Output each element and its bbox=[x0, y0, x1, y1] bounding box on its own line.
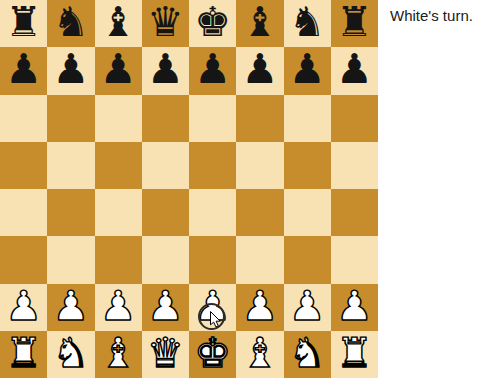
square-h5[interactable] bbox=[331, 142, 378, 189]
square-a1[interactable]: ♜ bbox=[0, 331, 47, 378]
square-c4[interactable] bbox=[95, 189, 142, 236]
mouse-pointer-icon bbox=[210, 311, 222, 328]
piece-white-pawn[interactable]: ♟ bbox=[336, 286, 373, 327]
square-a3[interactable] bbox=[0, 236, 47, 283]
square-g7[interactable]: ♟ bbox=[284, 47, 331, 94]
square-d4[interactable] bbox=[142, 189, 189, 236]
square-d2[interactable]: ♟ bbox=[142, 284, 189, 331]
piece-white-pawn[interactable]: ♟ bbox=[100, 286, 137, 327]
square-f6[interactable] bbox=[236, 95, 283, 142]
piece-black-pawn[interactable]: ♟ bbox=[241, 49, 278, 90]
square-d3[interactable] bbox=[142, 236, 189, 283]
piece-black-king[interactable]: ♚ bbox=[194, 2, 231, 43]
square-h8[interactable]: ♜ bbox=[331, 0, 378, 47]
piece-white-pawn[interactable]: ♟ bbox=[241, 286, 278, 327]
square-c6[interactable] bbox=[95, 95, 142, 142]
square-h1[interactable]: ♜ bbox=[331, 331, 378, 378]
square-c1[interactable]: ♝ bbox=[95, 331, 142, 378]
square-g8[interactable]: ♞ bbox=[284, 0, 331, 47]
piece-black-pawn[interactable]: ♟ bbox=[336, 49, 373, 90]
square-h4[interactable] bbox=[331, 189, 378, 236]
square-c2[interactable]: ♟ bbox=[95, 284, 142, 331]
square-g5[interactable] bbox=[284, 142, 331, 189]
square-h2[interactable]: ♟ bbox=[331, 284, 378, 331]
square-b2[interactable]: ♟ bbox=[47, 284, 94, 331]
square-h3[interactable] bbox=[331, 236, 378, 283]
square-b6[interactable] bbox=[47, 95, 94, 142]
square-a7[interactable]: ♟ bbox=[0, 47, 47, 94]
piece-black-pawn[interactable]: ♟ bbox=[52, 49, 89, 90]
piece-black-pawn[interactable]: ♟ bbox=[194, 49, 231, 90]
piece-white-pawn[interactable]: ♟ bbox=[289, 286, 326, 327]
piece-black-bishop[interactable]: ♝ bbox=[100, 2, 137, 43]
square-a6[interactable] bbox=[0, 95, 47, 142]
app-window: ♜♞♝♛♚♝♞♜♟♟♟♟♟♟♟♟♟♟♟♟♟♟♟♟♜♞♝♛♚♝♞♜ White's… bbox=[0, 0, 480, 378]
piece-white-bishop[interactable]: ♝ bbox=[100, 333, 137, 374]
square-e5[interactable] bbox=[189, 142, 236, 189]
square-f3[interactable] bbox=[236, 236, 283, 283]
piece-black-pawn[interactable]: ♟ bbox=[289, 49, 326, 90]
square-e4[interactable] bbox=[189, 189, 236, 236]
square-b7[interactable]: ♟ bbox=[47, 47, 94, 94]
square-d7[interactable]: ♟ bbox=[142, 47, 189, 94]
square-c8[interactable]: ♝ bbox=[95, 0, 142, 47]
square-a2[interactable]: ♟ bbox=[0, 284, 47, 331]
piece-black-pawn[interactable]: ♟ bbox=[100, 49, 137, 90]
square-d1[interactable]: ♛ bbox=[142, 331, 189, 378]
piece-white-rook[interactable]: ♜ bbox=[336, 333, 373, 374]
piece-black-rook[interactable]: ♜ bbox=[336, 2, 373, 43]
square-f2[interactable]: ♟ bbox=[236, 284, 283, 331]
square-e7[interactable]: ♟ bbox=[189, 47, 236, 94]
piece-black-pawn[interactable]: ♟ bbox=[5, 49, 42, 90]
piece-white-queen[interactable]: ♛ bbox=[147, 333, 184, 374]
square-g3[interactable] bbox=[284, 236, 331, 283]
square-b5[interactable] bbox=[47, 142, 94, 189]
square-d8[interactable]: ♛ bbox=[142, 0, 189, 47]
square-f7[interactable]: ♟ bbox=[236, 47, 283, 94]
square-f4[interactable] bbox=[236, 189, 283, 236]
square-a4[interactable] bbox=[0, 189, 47, 236]
piece-white-rook[interactable]: ♜ bbox=[5, 333, 42, 374]
piece-white-knight[interactable]: ♞ bbox=[52, 333, 89, 374]
square-h7[interactable]: ♟ bbox=[331, 47, 378, 94]
turn-status-text: White's turn. bbox=[390, 7, 473, 24]
square-b8[interactable]: ♞ bbox=[47, 0, 94, 47]
piece-white-pawn[interactable]: ♟ bbox=[5, 286, 42, 327]
square-d6[interactable] bbox=[142, 95, 189, 142]
piece-black-queen[interactable]: ♛ bbox=[147, 2, 184, 43]
piece-white-bishop[interactable]: ♝ bbox=[241, 333, 278, 374]
square-b4[interactable] bbox=[47, 189, 94, 236]
square-g6[interactable] bbox=[284, 95, 331, 142]
square-e6[interactable] bbox=[189, 95, 236, 142]
piece-white-king[interactable]: ♚ bbox=[194, 333, 231, 374]
piece-black-rook[interactable]: ♜ bbox=[5, 2, 42, 43]
piece-black-bishop[interactable]: ♝ bbox=[241, 2, 278, 43]
square-c3[interactable] bbox=[95, 236, 142, 283]
square-e8[interactable]: ♚ bbox=[189, 0, 236, 47]
square-h6[interactable] bbox=[331, 95, 378, 142]
square-e3[interactable] bbox=[189, 236, 236, 283]
piece-white-pawn[interactable]: ♟ bbox=[52, 286, 89, 327]
square-a5[interactable] bbox=[0, 142, 47, 189]
square-e1[interactable]: ♚ bbox=[189, 331, 236, 378]
square-c7[interactable]: ♟ bbox=[95, 47, 142, 94]
square-d5[interactable] bbox=[142, 142, 189, 189]
square-f1[interactable]: ♝ bbox=[236, 331, 283, 378]
square-b3[interactable] bbox=[47, 236, 94, 283]
square-f5[interactable] bbox=[236, 142, 283, 189]
square-c5[interactable] bbox=[95, 142, 142, 189]
chess-board: ♜♞♝♛♚♝♞♜♟♟♟♟♟♟♟♟♟♟♟♟♟♟♟♟♜♞♝♛♚♝♞♜ bbox=[0, 0, 378, 378]
square-a8[interactable]: ♜ bbox=[0, 0, 47, 47]
square-b1[interactable]: ♞ bbox=[47, 331, 94, 378]
piece-white-pawn[interactable]: ♟ bbox=[147, 286, 184, 327]
square-g1[interactable]: ♞ bbox=[284, 331, 331, 378]
piece-white-knight[interactable]: ♞ bbox=[289, 333, 326, 374]
square-g4[interactable] bbox=[284, 189, 331, 236]
piece-black-knight[interactable]: ♞ bbox=[52, 2, 89, 43]
square-f8[interactable]: ♝ bbox=[236, 0, 283, 47]
piece-black-knight[interactable]: ♞ bbox=[289, 2, 326, 43]
square-g2[interactable]: ♟ bbox=[284, 284, 331, 331]
piece-black-pawn[interactable]: ♟ bbox=[147, 49, 184, 90]
